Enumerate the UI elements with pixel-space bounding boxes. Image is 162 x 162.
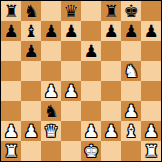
square-h1[interactable]: ♜ <box>141 141 161 161</box>
square-b4[interactable] <box>21 81 41 101</box>
square-b7[interactable]: ♝ <box>21 21 41 41</box>
square-f6[interactable] <box>101 41 121 61</box>
piece-black-pawn[interactable]: ♟ <box>3 21 18 41</box>
square-a6[interactable] <box>1 41 21 61</box>
square-b2[interactable]: ♟ <box>21 121 41 141</box>
square-c4[interactable]: ♟ <box>41 81 61 101</box>
square-h3[interactable] <box>141 101 161 121</box>
square-h8[interactable] <box>141 1 161 21</box>
square-e4[interactable] <box>81 81 101 101</box>
square-f3[interactable] <box>101 101 121 121</box>
square-c5[interactable] <box>41 61 61 81</box>
square-h2[interactable]: ♟ <box>141 121 161 141</box>
square-a8[interactable]: ♜ <box>1 1 21 21</box>
square-g1[interactable] <box>121 141 141 161</box>
square-e8[interactable] <box>81 1 101 21</box>
square-h4[interactable] <box>141 81 161 101</box>
piece-white-rook[interactable]: ♜ <box>3 141 18 161</box>
piece-white-pawn[interactable]: ♟ <box>143 121 158 141</box>
square-a3[interactable] <box>1 101 21 121</box>
piece-black-pawn[interactable]: ♟ <box>23 41 38 61</box>
piece-black-bishop[interactable]: ♝ <box>23 21 38 41</box>
square-f7[interactable]: ♟ <box>101 21 121 41</box>
chess-board: ♜♞♛♜♚♟♝♟♟♟♟♟♟♟♞♟♟♞♟♟♟♛♟♟♝♟♜♚♜ <box>0 0 162 162</box>
piece-black-rook[interactable]: ♜ <box>103 1 118 21</box>
square-b5[interactable] <box>21 61 41 81</box>
square-f5[interactable] <box>101 61 121 81</box>
square-f4[interactable] <box>101 81 121 101</box>
square-h6[interactable] <box>141 41 161 61</box>
square-d7[interactable]: ♟ <box>61 21 81 41</box>
piece-white-pawn[interactable]: ♟ <box>43 81 58 101</box>
square-g3[interactable]: ♟ <box>121 101 141 121</box>
square-f1[interactable] <box>101 141 121 161</box>
piece-black-knight[interactable]: ♞ <box>43 101 58 121</box>
piece-black-pawn[interactable]: ♟ <box>123 21 138 41</box>
square-a2[interactable]: ♟ <box>1 121 21 141</box>
piece-black-king[interactable]: ♚ <box>123 1 138 21</box>
piece-white-pawn[interactable]: ♟ <box>3 121 18 141</box>
square-e5[interactable] <box>81 61 101 81</box>
square-a5[interactable] <box>1 61 21 81</box>
square-b6[interactable]: ♟ <box>21 41 41 61</box>
square-c8[interactable] <box>41 1 61 21</box>
square-b1[interactable] <box>21 141 41 161</box>
square-g2[interactable]: ♝ <box>121 121 141 141</box>
square-f8[interactable]: ♜ <box>101 1 121 21</box>
piece-black-pawn[interactable]: ♟ <box>83 41 98 61</box>
piece-black-pawn[interactable]: ♟ <box>103 21 118 41</box>
piece-black-pawn[interactable]: ♟ <box>143 21 158 41</box>
square-e3[interactable] <box>81 101 101 121</box>
piece-white-pawn[interactable]: ♟ <box>83 121 98 141</box>
square-d2[interactable] <box>61 121 81 141</box>
piece-white-pawn[interactable]: ♟ <box>103 121 118 141</box>
square-e1[interactable]: ♚ <box>81 141 101 161</box>
square-c3[interactable]: ♞ <box>41 101 61 121</box>
square-g5[interactable]: ♞ <box>121 61 141 81</box>
square-g7[interactable]: ♟ <box>121 21 141 41</box>
square-d5[interactable] <box>61 61 81 81</box>
square-c7[interactable]: ♟ <box>41 21 61 41</box>
square-d6[interactable] <box>61 41 81 61</box>
piece-white-knight[interactable]: ♞ <box>123 61 138 81</box>
square-f2[interactable]: ♟ <box>101 121 121 141</box>
square-c2[interactable]: ♛ <box>41 121 61 141</box>
square-g8[interactable]: ♚ <box>121 1 141 21</box>
piece-white-pawn[interactable]: ♟ <box>23 121 38 141</box>
square-e7[interactable] <box>81 21 101 41</box>
piece-black-rook[interactable]: ♜ <box>3 1 18 21</box>
square-d1[interactable] <box>61 141 81 161</box>
square-d4[interactable]: ♟ <box>61 81 81 101</box>
square-a4[interactable] <box>1 81 21 101</box>
square-h7[interactable]: ♟ <box>141 21 161 41</box>
piece-black-knight[interactable]: ♞ <box>23 1 38 21</box>
square-a7[interactable]: ♟ <box>1 21 21 41</box>
piece-black-pawn[interactable]: ♟ <box>63 21 78 41</box>
square-d8[interactable]: ♛ <box>61 1 81 21</box>
piece-white-king[interactable]: ♚ <box>83 141 98 161</box>
square-g4[interactable] <box>121 81 141 101</box>
square-b3[interactable] <box>21 101 41 121</box>
piece-white-queen[interactable]: ♛ <box>43 121 58 141</box>
piece-white-bishop[interactable]: ♝ <box>123 121 138 141</box>
square-c1[interactable] <box>41 141 61 161</box>
square-b8[interactable]: ♞ <box>21 1 41 21</box>
square-c6[interactable] <box>41 41 61 61</box>
square-h5[interactable] <box>141 61 161 81</box>
piece-white-pawn[interactable]: ♟ <box>63 81 78 101</box>
piece-black-pawn[interactable]: ♟ <box>43 21 58 41</box>
piece-white-pawn[interactable]: ♟ <box>123 101 138 121</box>
square-d3[interactable] <box>61 101 81 121</box>
piece-white-rook[interactable]: ♜ <box>143 141 158 161</box>
square-g6[interactable] <box>121 41 141 61</box>
square-e2[interactable]: ♟ <box>81 121 101 141</box>
square-a1[interactable]: ♜ <box>1 141 21 161</box>
square-e6[interactable]: ♟ <box>81 41 101 61</box>
piece-black-queen[interactable]: ♛ <box>63 1 78 21</box>
